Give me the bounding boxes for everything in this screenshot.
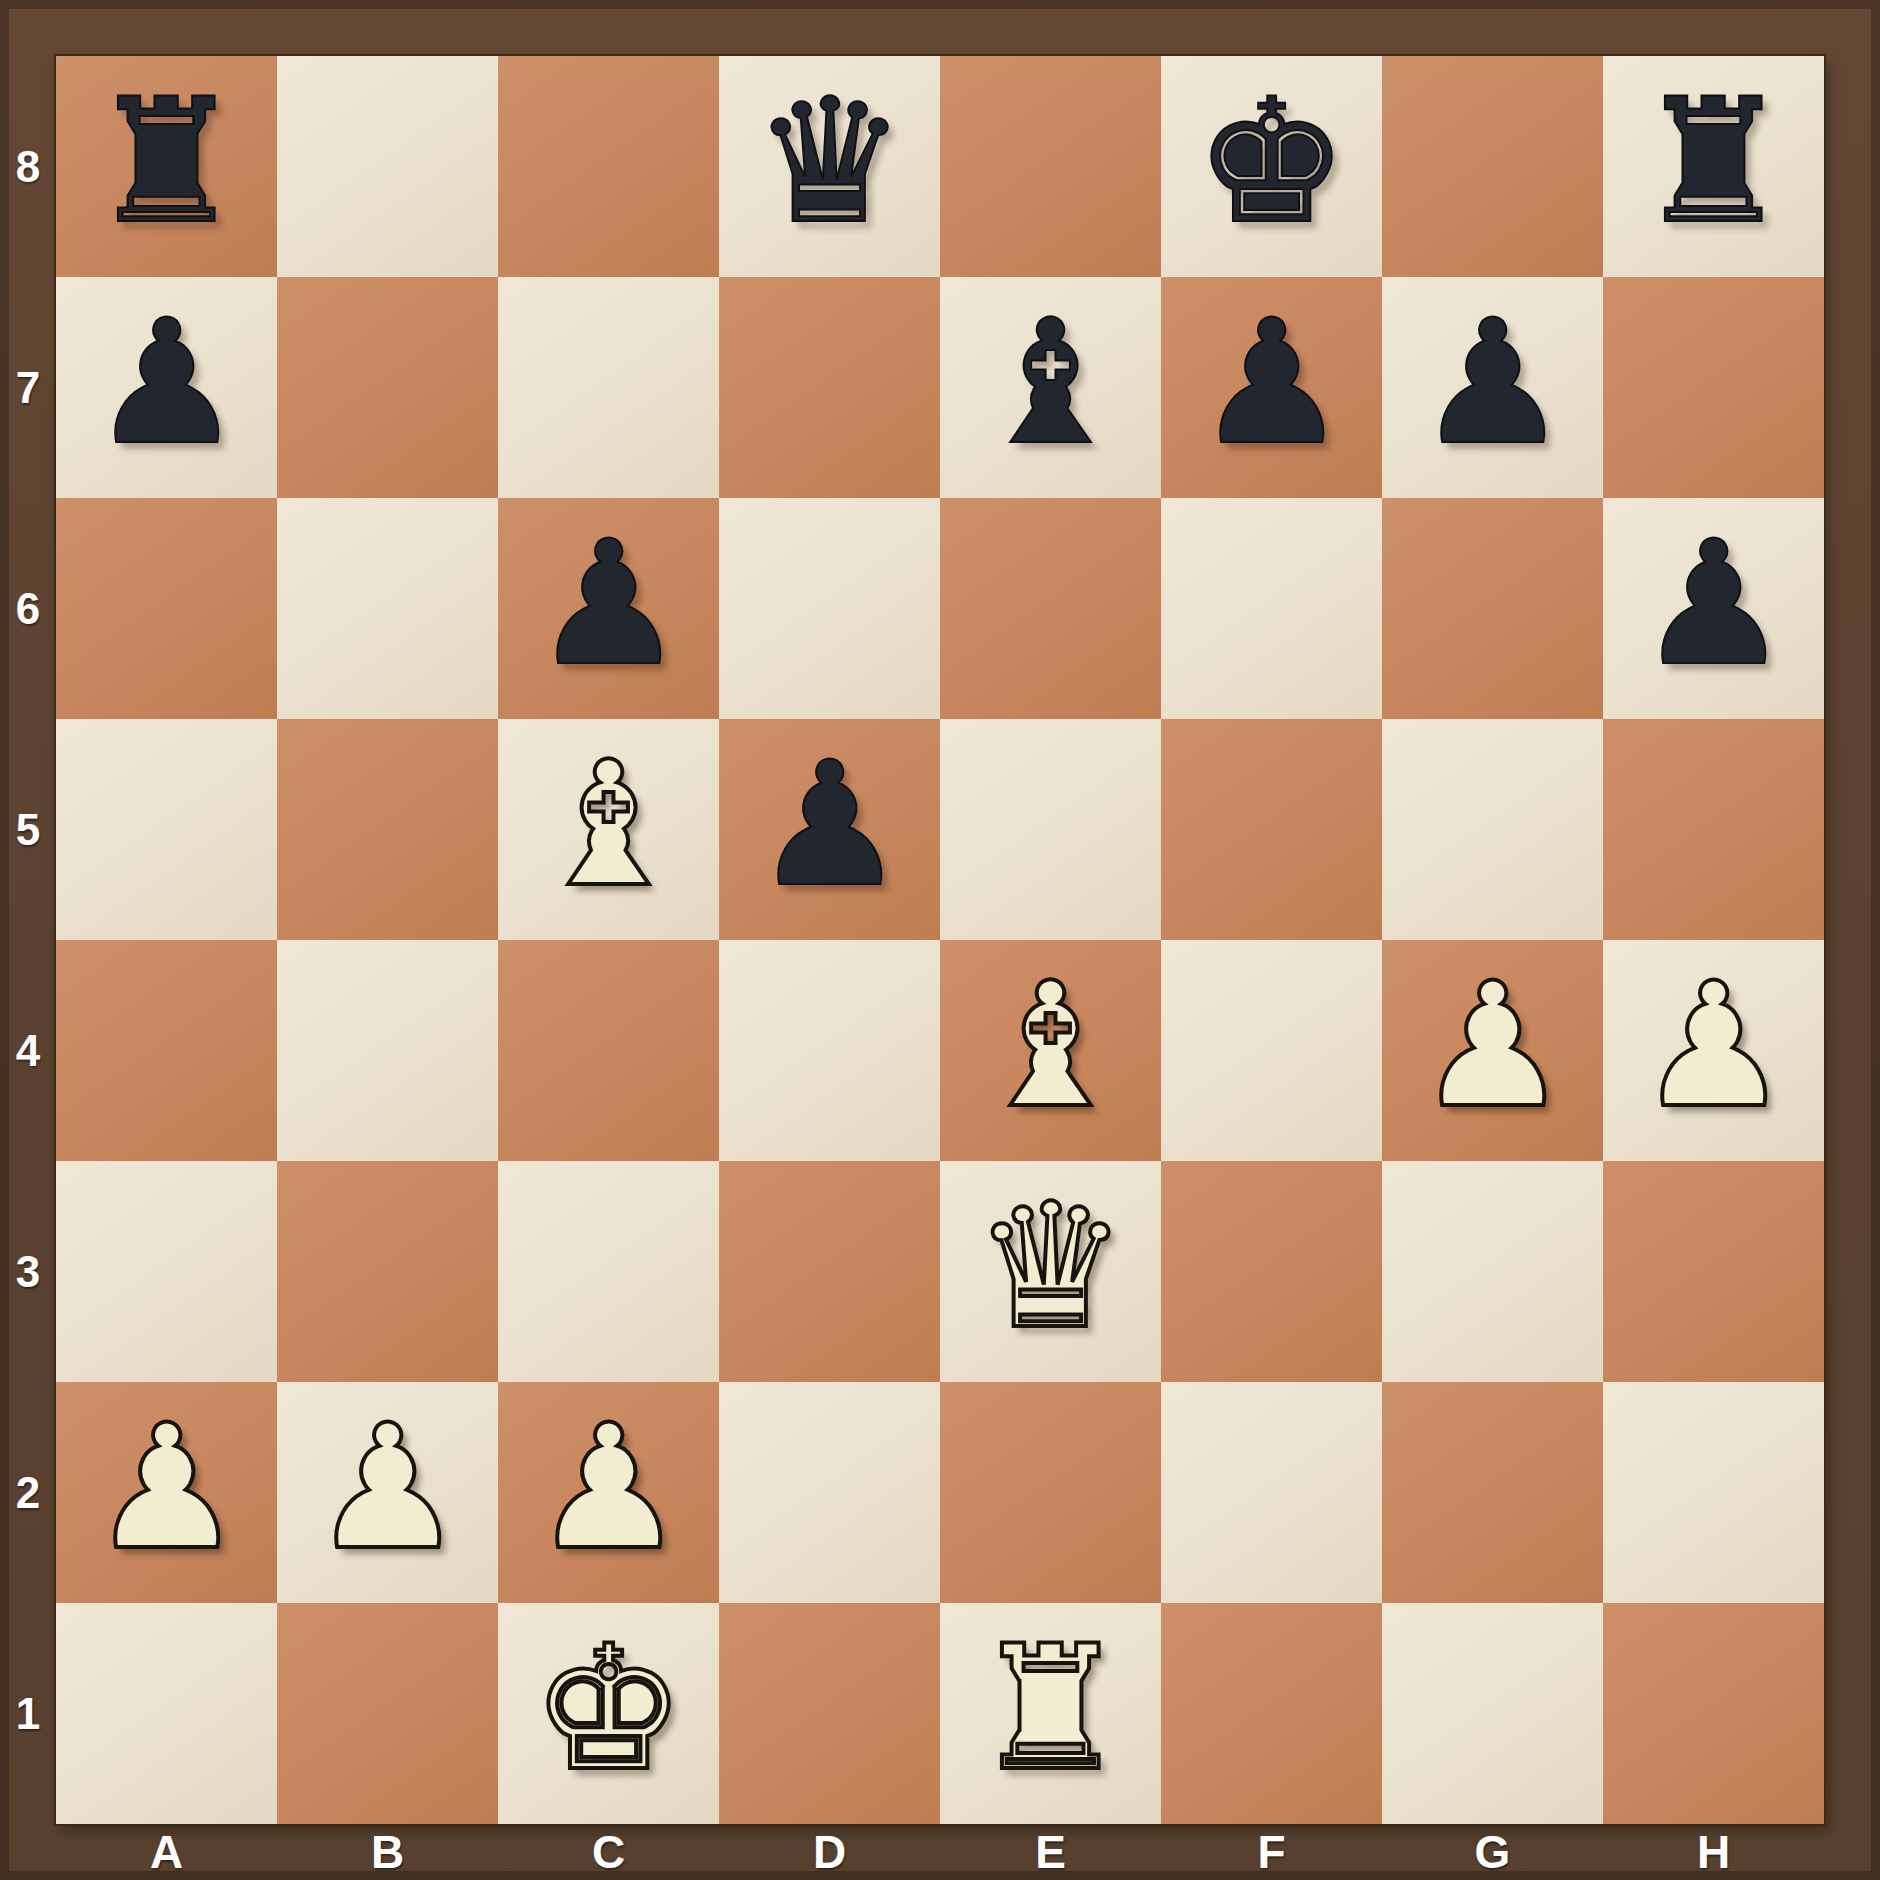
square-g8[interactable] (1382, 56, 1603, 277)
square-f8[interactable]: ♚ (1161, 56, 1382, 277)
piece-white-king[interactable]: ♚ (531, 1623, 685, 1805)
square-f5[interactable] (1161, 719, 1382, 940)
square-d6[interactable] (719, 498, 940, 719)
piece-black-bishop[interactable]: ♝ (973, 297, 1127, 479)
rank-label-5: 5 (0, 719, 56, 940)
square-b4[interactable] (277, 940, 498, 1161)
square-e2[interactable] (940, 1382, 1161, 1603)
file-label-A: A (56, 1824, 277, 1880)
square-g1[interactable] (1382, 1603, 1603, 1824)
square-g6[interactable] (1382, 498, 1603, 719)
square-b7[interactable] (277, 277, 498, 498)
piece-black-rook[interactable]: ♜ (89, 76, 243, 258)
file-label-D: D (719, 1824, 940, 1880)
board-frame: ♜♛♚♜♟♝♟♟♟♟♝♟♝♟♟♛♟♟♟♚♜ 87654321 ABCDEFGH (0, 0, 1880, 1880)
square-h6[interactable]: ♟ (1603, 498, 1824, 719)
square-d3[interactable] (719, 1161, 940, 1382)
square-c4[interactable] (498, 940, 719, 1161)
square-h1[interactable] (1603, 1603, 1824, 1824)
square-a7[interactable]: ♟ (56, 277, 277, 498)
chess-board: ♜♛♚♜♟♝♟♟♟♟♝♟♝♟♟♛♟♟♟♚♜ (56, 56, 1824, 1824)
square-g2[interactable] (1382, 1382, 1603, 1603)
square-e6[interactable] (940, 498, 1161, 719)
piece-black-pawn[interactable]: ♟ (531, 518, 685, 700)
rank-label-3: 3 (0, 1161, 56, 1382)
square-c5[interactable]: ♝ (498, 719, 719, 940)
rank-label-4: 4 (0, 940, 56, 1161)
square-e4[interactable]: ♝ (940, 940, 1161, 1161)
piece-black-pawn[interactable]: ♟ (1415, 297, 1569, 479)
square-c3[interactable] (498, 1161, 719, 1382)
square-c7[interactable] (498, 277, 719, 498)
square-c2[interactable]: ♟ (498, 1382, 719, 1603)
file-label-B: B (277, 1824, 498, 1880)
square-h3[interactable] (1603, 1161, 1824, 1382)
file-label-H: H (1603, 1824, 1824, 1880)
piece-white-pawn[interactable]: ♟ (310, 1402, 464, 1584)
square-a6[interactable] (56, 498, 277, 719)
piece-white-rook[interactable]: ♜ (973, 1623, 1127, 1805)
piece-black-queen[interactable]: ♛ (752, 76, 906, 258)
square-a5[interactable] (56, 719, 277, 940)
piece-black-pawn[interactable]: ♟ (89, 297, 243, 479)
square-d5[interactable]: ♟ (719, 719, 940, 940)
square-f1[interactable] (1161, 1603, 1382, 1824)
piece-white-pawn[interactable]: ♟ (531, 1402, 685, 1584)
piece-white-bishop[interactable]: ♝ (973, 960, 1127, 1142)
square-a3[interactable] (56, 1161, 277, 1382)
piece-black-pawn[interactable]: ♟ (1636, 518, 1790, 700)
rank-label-8: 8 (0, 56, 56, 277)
square-e7[interactable]: ♝ (940, 277, 1161, 498)
square-a2[interactable]: ♟ (56, 1382, 277, 1603)
square-a1[interactable] (56, 1603, 277, 1824)
square-h4[interactable]: ♟ (1603, 940, 1824, 1161)
piece-black-rook[interactable]: ♜ (1636, 76, 1790, 258)
piece-white-queen[interactable]: ♛ (973, 1181, 1127, 1363)
square-c8[interactable] (498, 56, 719, 277)
square-h7[interactable] (1603, 277, 1824, 498)
square-c1[interactable]: ♚ (498, 1603, 719, 1824)
file-label-C: C (498, 1824, 719, 1880)
square-h2[interactable] (1603, 1382, 1824, 1603)
square-g3[interactable] (1382, 1161, 1603, 1382)
square-d1[interactable] (719, 1603, 940, 1824)
square-e3[interactable]: ♛ (940, 1161, 1161, 1382)
rank-label-1: 1 (0, 1603, 56, 1824)
square-a4[interactable] (56, 940, 277, 1161)
rank-label-7: 7 (0, 277, 56, 498)
square-e1[interactable]: ♜ (940, 1603, 1161, 1824)
square-f2[interactable] (1161, 1382, 1382, 1603)
square-g4[interactable]: ♟ (1382, 940, 1603, 1161)
square-b1[interactable] (277, 1603, 498, 1824)
square-g7[interactable]: ♟ (1382, 277, 1603, 498)
square-e8[interactable] (940, 56, 1161, 277)
piece-white-pawn[interactable]: ♟ (1415, 960, 1569, 1142)
square-f7[interactable]: ♟ (1161, 277, 1382, 498)
square-h8[interactable]: ♜ (1603, 56, 1824, 277)
square-f4[interactable] (1161, 940, 1382, 1161)
square-c6[interactable]: ♟ (498, 498, 719, 719)
file-label-E: E (940, 1824, 1161, 1880)
rank-label-2: 2 (0, 1382, 56, 1603)
square-d4[interactable] (719, 940, 940, 1161)
square-d2[interactable] (719, 1382, 940, 1603)
square-b2[interactable]: ♟ (277, 1382, 498, 1603)
square-g5[interactable] (1382, 719, 1603, 940)
square-f6[interactable] (1161, 498, 1382, 719)
piece-black-king[interactable]: ♚ (1194, 76, 1348, 258)
square-b8[interactable] (277, 56, 498, 277)
square-d8[interactable]: ♛ (719, 56, 940, 277)
file-label-F: F (1161, 1824, 1382, 1880)
square-b3[interactable] (277, 1161, 498, 1382)
square-b5[interactable] (277, 719, 498, 940)
square-f3[interactable] (1161, 1161, 1382, 1382)
piece-white-bishop[interactable]: ♝ (531, 739, 685, 921)
file-label-G: G (1382, 1824, 1603, 1880)
square-a8[interactable]: ♜ (56, 56, 277, 277)
piece-white-pawn[interactable]: ♟ (1636, 960, 1790, 1142)
piece-black-pawn[interactable]: ♟ (1194, 297, 1348, 479)
square-e5[interactable] (940, 719, 1161, 940)
rank-label-6: 6 (0, 498, 56, 719)
piece-black-pawn[interactable]: ♟ (752, 739, 906, 921)
square-h5[interactable] (1603, 719, 1824, 940)
square-b6[interactable] (277, 498, 498, 719)
piece-white-pawn[interactable]: ♟ (89, 1402, 243, 1584)
square-d7[interactable] (719, 277, 940, 498)
